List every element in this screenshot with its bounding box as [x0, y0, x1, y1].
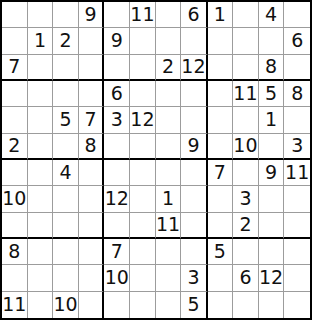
sudoku-cell-r7c12[interactable]: 11: [284, 160, 310, 186]
sudoku-cell-r10c12[interactable]: [284, 239, 310, 265]
sudoku-cell-r4c7[interactable]: [156, 81, 182, 107]
sudoku-cell-r11c6[interactable]: [130, 265, 156, 291]
sudoku-cell-r1c3[interactable]: [53, 2, 79, 28]
sudoku-cell-r10c5[interactable]: 7: [104, 239, 130, 265]
sudoku-cell-r1c12[interactable]: [284, 2, 310, 28]
sudoku-cell-r1c8[interactable]: 6: [181, 2, 207, 28]
sudoku-cell-r4c5[interactable]: 6: [104, 81, 130, 107]
sudoku-cell-r1c11[interactable]: 4: [259, 2, 285, 28]
sudoku-cell-r10c7[interactable]: [156, 239, 182, 265]
sudoku-cell-r11c12[interactable]: [284, 265, 310, 291]
sudoku-cell-r2c5[interactable]: 9: [104, 28, 130, 54]
sudoku-cell-r2c9[interactable]: [208, 28, 234, 54]
sudoku-cell-r2c2[interactable]: 1: [28, 28, 54, 54]
sudoku-cell-r9c2[interactable]: [28, 213, 54, 239]
sudoku-cell-r7c7[interactable]: [156, 160, 182, 186]
sudoku-cell-r5c4[interactable]: 7: [79, 107, 105, 133]
sudoku-cell-r6c3[interactable]: [53, 134, 79, 160]
sudoku-cell-r8c12[interactable]: [284, 186, 310, 212]
sudoku-cell-r8c8[interactable]: [181, 186, 207, 212]
sudoku-cell-r10c2[interactable]: [28, 239, 54, 265]
sudoku-cell-r9c9[interactable]: [208, 213, 234, 239]
sudoku-cell-r2c3[interactable]: 2: [53, 28, 79, 54]
sudoku-cell-r8c11[interactable]: [259, 186, 285, 212]
sudoku-cell-r1c10[interactable]: [233, 2, 259, 28]
sudoku-cell-r10c10[interactable]: [233, 239, 259, 265]
sudoku-cell-r7c9[interactable]: 7: [208, 160, 234, 186]
sudoku-cell-r6c8[interactable]: 9: [181, 134, 207, 160]
sudoku-cell-r9c4[interactable]: [79, 213, 105, 239]
sudoku-cell-r6c6[interactable]: [130, 134, 156, 160]
sudoku-cell-r12c5[interactable]: [104, 292, 130, 318]
sudoku-cell-r7c11[interactable]: 9: [259, 160, 285, 186]
sudoku-cell-r6c4[interactable]: 8: [79, 134, 105, 160]
sudoku-cell-r5c10[interactable]: [233, 107, 259, 133]
sudoku-cell-r5c6[interactable]: 12: [130, 107, 156, 133]
sudoku-cell-r11c3[interactable]: [53, 265, 79, 291]
sudoku-cell-r1c2[interactable]: [28, 2, 54, 28]
sudoku-cell-r6c12[interactable]: 3: [284, 134, 310, 160]
sudoku-cell-r5c12[interactable]: [284, 107, 310, 133]
sudoku-cell-r7c6[interactable]: [130, 160, 156, 186]
sudoku-cell-r9c8[interactable]: [181, 213, 207, 239]
sudoku-cell-r2c6[interactable]: [130, 28, 156, 54]
sudoku-cell-r7c5[interactable]: [104, 160, 130, 186]
sudoku-cell-r8c10[interactable]: 3: [233, 186, 259, 212]
sudoku-cell-r7c2[interactable]: [28, 160, 54, 186]
sudoku-cell-r3c10[interactable]: [233, 55, 259, 81]
sudoku-cell-r3c2[interactable]: [28, 55, 54, 81]
sudoku-cell-r1c7[interactable]: [156, 2, 182, 28]
sudoku-cell-r12c7[interactable]: [156, 292, 182, 318]
sudoku-cell-r8c9[interactable]: [208, 186, 234, 212]
sudoku-cell-r11c1[interactable]: [2, 265, 28, 291]
sudoku-cell-r2c8[interactable]: [181, 28, 207, 54]
sudoku-cell-r3c12[interactable]: [284, 55, 310, 81]
sudoku-cell-r4c11[interactable]: 5: [259, 81, 285, 107]
sudoku-cell-r12c4[interactable]: [79, 292, 105, 318]
sudoku-cell-r11c2[interactable]: [28, 265, 54, 291]
sudoku-cell-r9c6[interactable]: [130, 213, 156, 239]
sudoku-cell-r12c6[interactable]: [130, 292, 156, 318]
sudoku-cell-r4c4[interactable]: [79, 81, 105, 107]
sudoku-cell-r7c3[interactable]: 4: [53, 160, 79, 186]
sudoku-cell-r8c6[interactable]: [130, 186, 156, 212]
sudoku-cell-r11c7[interactable]: [156, 265, 182, 291]
sudoku-cell-r3c4[interactable]: [79, 55, 105, 81]
sudoku-cell-r7c4[interactable]: [79, 160, 105, 186]
sudoku-cell-r6c11[interactable]: [259, 134, 285, 160]
sudoku-cell-r10c8[interactable]: [181, 239, 207, 265]
sudoku-cell-r5c3[interactable]: 5: [53, 107, 79, 133]
sudoku-cell-r1c1[interactable]: [2, 2, 28, 28]
sudoku-cell-r10c9[interactable]: 5: [208, 239, 234, 265]
sudoku-cell-r10c1[interactable]: 8: [2, 239, 28, 265]
sudoku-cell-r2c1[interactable]: [2, 28, 28, 54]
sudoku-cell-r2c12[interactable]: 6: [284, 28, 310, 54]
sudoku-cell-r8c1[interactable]: 10: [2, 186, 28, 212]
sudoku-cell-r10c4[interactable]: [79, 239, 105, 265]
sudoku-cell-r8c7[interactable]: 1: [156, 186, 182, 212]
sudoku-cell-r6c5[interactable]: [104, 134, 130, 160]
sudoku-board: 9116141296721286115857312128910347911101…: [0, 0, 312, 320]
sudoku-cell-r2c10[interactable]: [233, 28, 259, 54]
sudoku-cell-r10c3[interactable]: [53, 239, 79, 265]
sudoku-puzzle: 9116141296721286115857312128910347911101…: [0, 0, 312, 320]
sudoku-cell-r1c5[interactable]: [104, 2, 130, 28]
sudoku-cell-r12c12[interactable]: [284, 292, 310, 318]
sudoku-cell-r12c3[interactable]: 10: [53, 292, 79, 318]
sudoku-cell-r4c6[interactable]: [130, 81, 156, 107]
sudoku-cell-r6c1[interactable]: 2: [2, 134, 28, 160]
sudoku-cell-r3c8[interactable]: 12: [181, 55, 207, 81]
sudoku-cell-r2c4[interactable]: [79, 28, 105, 54]
sudoku-cell-r6c9[interactable]: [208, 134, 234, 160]
sudoku-cell-r9c12[interactable]: [284, 213, 310, 239]
sudoku-cell-r9c5[interactable]: [104, 213, 130, 239]
sudoku-cell-r7c10[interactable]: [233, 160, 259, 186]
sudoku-cell-r12c10[interactable]: [233, 292, 259, 318]
sudoku-cell-r9c1[interactable]: [2, 213, 28, 239]
sudoku-cell-r11c8[interactable]: 3: [181, 265, 207, 291]
sudoku-cell-r4c9[interactable]: [208, 81, 234, 107]
sudoku-cell-r3c6[interactable]: [130, 55, 156, 81]
sudoku-cell-r9c7[interactable]: 11: [156, 213, 182, 239]
sudoku-cell-r11c4[interactable]: [79, 265, 105, 291]
sudoku-cell-r6c2[interactable]: [28, 134, 54, 160]
sudoku-cell-r3c7[interactable]: 2: [156, 55, 182, 81]
sudoku-cell-r4c12[interactable]: 8: [284, 81, 310, 107]
sudoku-cell-r3c3[interactable]: [53, 55, 79, 81]
sudoku-cell-r4c2[interactable]: [28, 81, 54, 107]
sudoku-cell-r11c5[interactable]: 10: [104, 265, 130, 291]
sudoku-cell-r5c7[interactable]: [156, 107, 182, 133]
sudoku-cell-r5c2[interactable]: [28, 107, 54, 133]
sudoku-cell-r9c3[interactable]: [53, 213, 79, 239]
sudoku-cell-r5c5[interactable]: 3: [104, 107, 130, 133]
sudoku-cell-r3c5[interactable]: [104, 55, 130, 81]
sudoku-cell-r12c8[interactable]: 5: [181, 292, 207, 318]
sudoku-cell-r4c8[interactable]: [181, 81, 207, 107]
sudoku-cell-r12c11[interactable]: [259, 292, 285, 318]
sudoku-cell-r3c1[interactable]: 7: [2, 55, 28, 81]
sudoku-cell-r4c3[interactable]: [53, 81, 79, 107]
sudoku-cell-r8c5[interactable]: 12: [104, 186, 130, 212]
sudoku-cell-r8c3[interactable]: [53, 186, 79, 212]
sudoku-cell-r10c11[interactable]: [259, 239, 285, 265]
sudoku-cell-r1c9[interactable]: 1: [208, 2, 234, 28]
sudoku-cell-r2c7[interactable]: [156, 28, 182, 54]
sudoku-cell-r9c11[interactable]: [259, 213, 285, 239]
sudoku-cell-r2c11[interactable]: [259, 28, 285, 54]
sudoku-cell-r1c4[interactable]: 9: [79, 2, 105, 28]
sudoku-cell-r4c1[interactable]: [2, 81, 28, 107]
sudoku-cell-r5c9[interactable]: [208, 107, 234, 133]
sudoku-cell-r5c11[interactable]: 1: [259, 107, 285, 133]
sudoku-cell-r7c1[interactable]: [2, 160, 28, 186]
sudoku-cell-r1c6[interactable]: 11: [130, 2, 156, 28]
sudoku-cell-r5c1[interactable]: [2, 107, 28, 133]
sudoku-cell-r12c2[interactable]: [28, 292, 54, 318]
sudoku-cell-r8c2[interactable]: [28, 186, 54, 212]
sudoku-cell-r12c9[interactable]: [208, 292, 234, 318]
sudoku-cell-r6c10[interactable]: 10: [233, 134, 259, 160]
sudoku-cell-r10c6[interactable]: [130, 239, 156, 265]
sudoku-cell-r11c10[interactable]: 6: [233, 265, 259, 291]
sudoku-cell-r3c9[interactable]: [208, 55, 234, 81]
sudoku-cell-r9c10[interactable]: 2: [233, 213, 259, 239]
sudoku-cell-r12c1[interactable]: 11: [2, 292, 28, 318]
sudoku-cell-r7c8[interactable]: [181, 160, 207, 186]
sudoku-cell-r5c8[interactable]: [181, 107, 207, 133]
sudoku-cell-r3c11[interactable]: 8: [259, 55, 285, 81]
sudoku-cell-r6c7[interactable]: [156, 134, 182, 160]
sudoku-cell-r8c4[interactable]: [79, 186, 105, 212]
sudoku-cell-r11c11[interactable]: 12: [259, 265, 285, 291]
sudoku-cell-r4c10[interactable]: 11: [233, 81, 259, 107]
sudoku-cell-r11c9[interactable]: [208, 265, 234, 291]
